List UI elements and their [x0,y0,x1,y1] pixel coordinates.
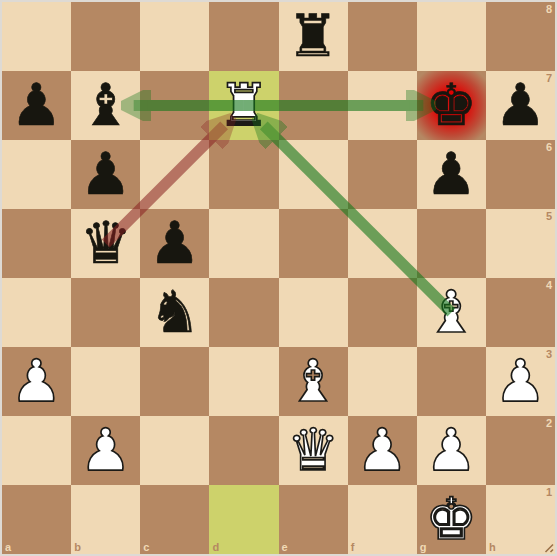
rank-label-1: 1 [546,486,552,498]
square-c8[interactable] [140,2,209,71]
square-g1[interactable]: g♚ [417,485,486,554]
square-a6[interactable] [2,140,71,209]
square-g7[interactable]: ♚ [417,71,486,140]
square-b5[interactable]: ♛ [71,209,140,278]
square-c2[interactable] [140,416,209,485]
file-label-h: h [489,541,496,553]
square-h5[interactable]: 5 [486,209,555,278]
white-pawn[interactable]: ♟ [494,347,546,416]
square-c1[interactable]: c [140,485,209,554]
rank-label-5: 5 [546,210,552,222]
square-a4[interactable] [2,278,71,347]
rank-label-8: 8 [546,3,552,15]
square-d2[interactable] [209,416,278,485]
square-d3[interactable] [209,347,278,416]
rank-label-3: 3 [546,348,552,360]
white-bishop[interactable]: ♝ [287,347,339,416]
square-b7[interactable]: ♝ [71,71,140,140]
chess-board-frame: ♜8♟♝♜♚7♟♟♟6♛♟5♞♝4♟♝3♟♟♛♟♟2abcdefg♚1h [0,0,557,556]
square-e8[interactable]: ♜ [279,2,348,71]
square-b6[interactable]: ♟ [71,140,140,209]
square-f2[interactable]: ♟ [348,416,417,485]
square-c6[interactable] [140,140,209,209]
square-e4[interactable] [279,278,348,347]
square-f5[interactable] [348,209,417,278]
rank-label-7: 7 [546,72,552,84]
white-king[interactable]: ♚ [425,485,477,554]
square-e2[interactable]: ♛ [279,416,348,485]
black-knight[interactable]: ♞ [149,278,201,347]
rank-label-2: 2 [546,417,552,429]
square-a8[interactable] [2,2,71,71]
square-b8[interactable] [71,2,140,71]
square-g2[interactable]: ♟ [417,416,486,485]
square-e5[interactable] [279,209,348,278]
rank-label-4: 4 [546,279,552,291]
file-label-e: e [282,541,288,553]
square-b3[interactable] [71,347,140,416]
square-e6[interactable] [279,140,348,209]
square-c7[interactable] [140,71,209,140]
file-label-b: b [74,541,81,553]
white-queen[interactable]: ♛ [287,416,339,485]
white-pawn[interactable]: ♟ [425,416,477,485]
square-h8[interactable]: 8 [486,2,555,71]
square-f3[interactable] [348,347,417,416]
chess-board: ♜8♟♝♜♚7♟♟♟6♛♟5♞♝4♟♝3♟♟♛♟♟2abcdefg♚1h [2,2,555,554]
white-pawn[interactable]: ♟ [11,347,63,416]
black-rook[interactable]: ♜ [287,2,339,71]
square-h7[interactable]: 7♟ [486,71,555,140]
square-g4[interactable]: ♝ [417,278,486,347]
square-g8[interactable] [417,2,486,71]
square-c4[interactable]: ♞ [140,278,209,347]
square-d4[interactable] [209,278,278,347]
square-h2[interactable]: 2 [486,416,555,485]
square-d6[interactable] [209,140,278,209]
square-f1[interactable]: f [348,485,417,554]
file-label-f: f [351,541,355,553]
square-h3[interactable]: 3♟ [486,347,555,416]
white-bishop[interactable]: ♝ [425,278,477,347]
black-king[interactable]: ♚ [425,71,477,140]
black-pawn[interactable]: ♟ [494,71,546,140]
square-f4[interactable] [348,278,417,347]
square-d8[interactable] [209,2,278,71]
square-b1[interactable]: b [71,485,140,554]
square-f8[interactable] [348,2,417,71]
black-bishop[interactable]: ♝ [80,71,132,140]
square-a1[interactable]: a [2,485,71,554]
square-g6[interactable]: ♟ [417,140,486,209]
square-d1[interactable]: d [209,485,278,554]
square-e3[interactable]: ♝ [279,347,348,416]
white-rook[interactable]: ♜ [218,71,270,140]
square-f6[interactable] [348,140,417,209]
black-pawn[interactable]: ♟ [149,209,201,278]
square-f7[interactable] [348,71,417,140]
square-c5[interactable]: ♟ [140,209,209,278]
square-g5[interactable] [417,209,486,278]
square-c3[interactable] [140,347,209,416]
square-a2[interactable] [2,416,71,485]
square-e7[interactable] [279,71,348,140]
square-g3[interactable] [417,347,486,416]
rank-label-6: 6 [546,141,552,153]
board-resize-handle[interactable] [540,539,554,553]
black-queen[interactable]: ♛ [80,209,132,278]
square-a5[interactable] [2,209,71,278]
square-e1[interactable]: e [279,485,348,554]
square-a7[interactable]: ♟ [2,71,71,140]
square-d7[interactable]: ♜ [209,71,278,140]
square-b2[interactable]: ♟ [71,416,140,485]
square-d5[interactable] [209,209,278,278]
black-pawn[interactable]: ♟ [80,140,132,209]
black-pawn[interactable]: ♟ [425,140,477,209]
square-h4[interactable]: 4 [486,278,555,347]
white-pawn[interactable]: ♟ [80,416,132,485]
file-label-d: d [212,541,219,553]
square-h6[interactable]: 6 [486,140,555,209]
square-a3[interactable]: ♟ [2,347,71,416]
file-label-a: a [5,541,11,553]
file-label-c: c [143,541,149,553]
white-pawn[interactable]: ♟ [356,416,408,485]
black-pawn[interactable]: ♟ [11,71,63,140]
square-b4[interactable] [71,278,140,347]
